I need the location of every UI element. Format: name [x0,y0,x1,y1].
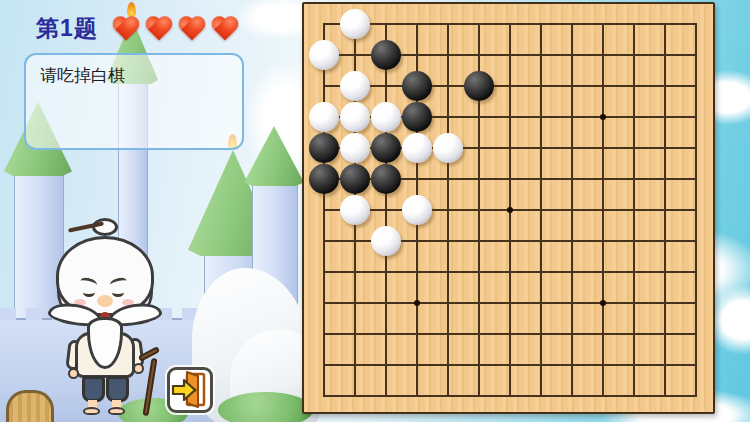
mascot-eye [112,288,124,297]
black-stone [340,164,370,194]
mascot-topknot [92,218,118,236]
lives-hearts [111,17,239,42]
star-point [507,207,513,213]
star-point [414,300,420,306]
white-stone [340,195,370,225]
grid-line [323,302,697,304]
black-stone [309,133,339,163]
app-screen: 第1题 请吃掉白棋 [0,0,750,422]
mascot-nose [97,295,113,307]
grid-line [540,23,542,397]
mascot-leg [106,376,129,402]
mascot-foot [108,407,125,415]
grid-line [695,23,697,397]
grid-line [664,23,666,397]
mascot-foot [83,407,100,415]
black-stone [371,164,401,194]
heart-icon [111,17,140,42]
black-stone [371,133,401,163]
black-stone [402,102,432,132]
mascot-eye [83,288,95,297]
grid-line [602,23,604,397]
white-stone [340,133,370,163]
white-stone [340,71,370,101]
white-stone [309,102,339,132]
grid-line [633,23,635,397]
mascot-hand [68,368,79,379]
star-point [600,300,606,306]
black-stone [464,71,494,101]
white-stone [340,102,370,132]
teacher-mascot [44,216,174,416]
black-stone [402,71,432,101]
problem-title: 第1题 [36,13,98,44]
white-stone [433,133,463,163]
grid-line [323,333,697,335]
go-board[interactable] [302,2,715,414]
heart-icon [144,17,173,42]
grid-line [323,271,697,273]
mascot-leg [82,376,105,402]
grid-line [323,395,697,397]
instruction-text: 请吃掉白棋 [40,66,125,85]
mascot-hand [133,363,144,374]
next-button[interactable] [167,367,213,413]
grid-line [571,23,573,397]
black-stone [309,164,339,194]
black-stone [371,40,401,70]
white-stone [402,133,432,163]
cane-icon [143,358,158,416]
white-stone [371,102,401,132]
bush [218,392,313,422]
white-stone [340,9,370,39]
heart-icon [210,17,239,42]
white-stone [371,226,401,256]
enter-door-icon [170,370,210,410]
board-grid [323,23,697,397]
castle-roof [244,126,304,186]
instruction-box: 请吃掉白棋 [24,53,244,150]
grid-line [323,364,697,366]
heart-icon [177,17,206,42]
star-point [600,114,606,120]
white-stone [309,40,339,70]
white-stone [402,195,432,225]
